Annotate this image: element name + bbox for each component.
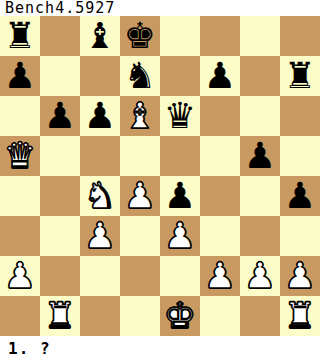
square-d5[interactable] <box>120 136 160 176</box>
square-a8[interactable]: ♜ <box>0 16 40 56</box>
square-c1[interactable] <box>80 296 120 336</box>
square-a5[interactable]: ♛ <box>0 136 40 176</box>
square-f7[interactable]: ♟ <box>200 56 240 96</box>
white-pawn-d4-piece: ♟ <box>124 176 156 216</box>
square-e2[interactable] <box>160 256 200 296</box>
square-g2[interactable]: ♟ <box>240 256 280 296</box>
square-f5[interactable] <box>200 136 240 176</box>
chess-window: Bench4.5927 ♜♝♚♟♞♟♜♟♟♝♛♛♟♞♟♟♟♟♟♟♟♟♟♜♚♜ 1… <box>0 0 320 360</box>
white-king-e1-piece: ♚ <box>164 296 196 336</box>
white-queen-a5-piece: ♛ <box>4 136 36 176</box>
square-g5[interactable]: ♟ <box>240 136 280 176</box>
square-g4[interactable] <box>240 176 280 216</box>
square-e8[interactable] <box>160 16 200 56</box>
square-e3[interactable]: ♟ <box>160 216 200 256</box>
black-pawn-f7-piece: ♟ <box>204 56 236 96</box>
square-c3[interactable]: ♟ <box>80 216 120 256</box>
black-pawn-e4-piece: ♟ <box>164 176 196 216</box>
square-b2[interactable] <box>40 256 80 296</box>
square-h5[interactable] <box>280 136 320 176</box>
square-e1[interactable]: ♚ <box>160 296 200 336</box>
white-pawn-e3-piece: ♟ <box>164 216 196 256</box>
square-d1[interactable] <box>120 296 160 336</box>
square-a7[interactable]: ♟ <box>0 56 40 96</box>
window-title: Bench4.5927 <box>0 0 320 16</box>
black-pawn-b6-piece: ♟ <box>44 96 76 136</box>
square-d4[interactable]: ♟ <box>120 176 160 216</box>
white-pawn-c3-piece: ♟ <box>84 216 116 256</box>
square-h4[interactable]: ♟ <box>280 176 320 216</box>
square-h2[interactable]: ♟ <box>280 256 320 296</box>
white-rook-h1-piece: ♜ <box>284 296 316 336</box>
square-d3[interactable] <box>120 216 160 256</box>
square-d2[interactable] <box>120 256 160 296</box>
black-bishop-c8-piece: ♝ <box>84 16 116 56</box>
square-a3[interactable] <box>0 216 40 256</box>
square-f3[interactable] <box>200 216 240 256</box>
square-d8[interactable]: ♚ <box>120 16 160 56</box>
square-g8[interactable] <box>240 16 280 56</box>
square-d6[interactable]: ♝ <box>120 96 160 136</box>
square-b5[interactable] <box>40 136 80 176</box>
square-a2[interactable]: ♟ <box>0 256 40 296</box>
square-e4[interactable]: ♟ <box>160 176 200 216</box>
black-pawn-g5-piece: ♟ <box>244 136 276 176</box>
white-rook-b1-piece: ♜ <box>44 296 76 336</box>
square-h1[interactable]: ♜ <box>280 296 320 336</box>
move-prompt: 1. ? <box>0 336 320 360</box>
square-e7[interactable] <box>160 56 200 96</box>
square-b7[interactable] <box>40 56 80 96</box>
square-h7[interactable]: ♜ <box>280 56 320 96</box>
white-pawn-a2-piece: ♟ <box>4 256 36 296</box>
black-queen-e6-piece: ♛ <box>164 96 196 136</box>
square-f6[interactable] <box>200 96 240 136</box>
chess-board: ♜♝♚♟♞♟♜♟♟♝♛♛♟♞♟♟♟♟♟♟♟♟♟♜♚♜ <box>0 16 320 336</box>
square-a6[interactable] <box>0 96 40 136</box>
square-c7[interactable] <box>80 56 120 96</box>
square-b3[interactable] <box>40 216 80 256</box>
square-c4[interactable]: ♞ <box>80 176 120 216</box>
square-b4[interactable] <box>40 176 80 216</box>
square-g6[interactable] <box>240 96 280 136</box>
square-a1[interactable] <box>0 296 40 336</box>
square-c8[interactable]: ♝ <box>80 16 120 56</box>
black-rook-h7-piece: ♜ <box>284 56 316 96</box>
square-g1[interactable] <box>240 296 280 336</box>
square-h6[interactable] <box>280 96 320 136</box>
square-c6[interactable]: ♟ <box>80 96 120 136</box>
black-pawn-c6-piece: ♟ <box>84 96 116 136</box>
square-f2[interactable]: ♟ <box>200 256 240 296</box>
square-f4[interactable] <box>200 176 240 216</box>
white-bishop-d6-piece: ♝ <box>124 96 156 136</box>
square-g7[interactable] <box>240 56 280 96</box>
black-knight-d7-piece: ♞ <box>124 56 156 96</box>
square-b1[interactable]: ♜ <box>40 296 80 336</box>
white-pawn-f2-piece: ♟ <box>204 256 236 296</box>
black-pawn-h4-piece: ♟ <box>284 176 316 216</box>
square-g3[interactable] <box>240 216 280 256</box>
black-rook-a8-piece: ♜ <box>4 16 36 56</box>
square-e5[interactable] <box>160 136 200 176</box>
square-b8[interactable] <box>40 16 80 56</box>
square-f8[interactable] <box>200 16 240 56</box>
white-pawn-g2-piece: ♟ <box>244 256 276 296</box>
square-f1[interactable] <box>200 296 240 336</box>
black-king-d8-piece: ♚ <box>124 16 156 56</box>
square-b6[interactable]: ♟ <box>40 96 80 136</box>
black-pawn-a7-piece: ♟ <box>4 56 36 96</box>
square-d7[interactable]: ♞ <box>120 56 160 96</box>
square-c2[interactable] <box>80 256 120 296</box>
white-knight-c4-piece: ♞ <box>84 176 116 216</box>
square-c5[interactable] <box>80 136 120 176</box>
white-pawn-h2-piece: ♟ <box>284 256 316 296</box>
square-h3[interactable] <box>280 216 320 256</box>
square-a4[interactable] <box>0 176 40 216</box>
square-h8[interactable] <box>280 16 320 56</box>
square-e6[interactable]: ♛ <box>160 96 200 136</box>
